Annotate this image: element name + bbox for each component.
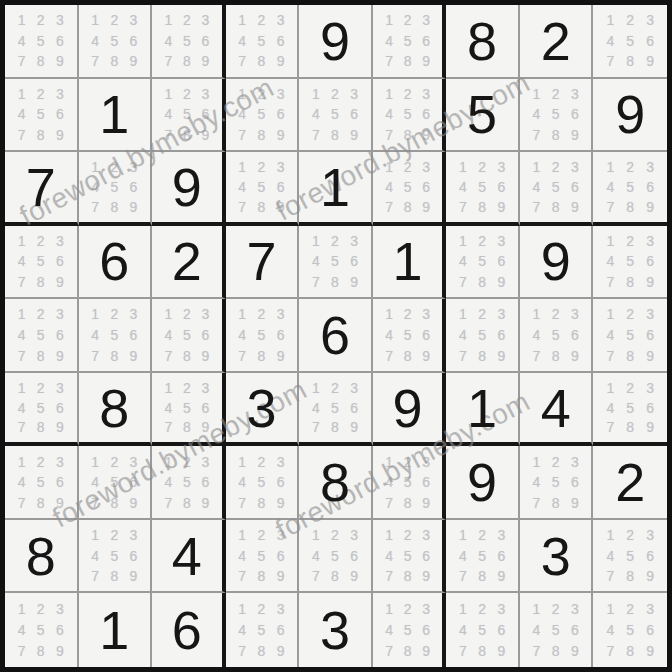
cell-r7c2[interactable]: 123456789: [79, 446, 153, 520]
cell-r1c5[interactable]: 9: [299, 5, 373, 79]
pencil-digit: 5: [37, 34, 45, 48]
given-digit: 8: [99, 381, 129, 435]
cell-r8c1[interactable]: 8: [5, 520, 79, 594]
cell-r8c8[interactable]: 3: [520, 520, 594, 594]
pencil-digit: 1: [385, 13, 393, 27]
pencil-digit: 2: [626, 160, 634, 174]
cell-r8c6[interactable]: 123456789: [373, 520, 447, 594]
pencil-digit: 5: [404, 549, 412, 563]
pencil-marks: 123456789: [86, 451, 144, 513]
pencil-digit: 8: [37, 420, 45, 434]
pencil-digit: 4: [18, 254, 26, 268]
pencil-digit: 4: [459, 623, 467, 637]
pencil-digit: 9: [350, 420, 358, 434]
pencil-digit: 8: [110, 496, 118, 510]
pencil-marks: 123456789: [159, 10, 215, 72]
pencil-digit: 5: [258, 475, 266, 489]
cell-r2c6[interactable]: 123456789: [373, 79, 447, 153]
pencil-digit: 8: [37, 275, 45, 289]
pencil-digit: 9: [646, 349, 654, 363]
cell-r6c9[interactable]: 123456789: [593, 373, 667, 447]
pencil-digit: 3: [571, 307, 579, 321]
pencil-marks: 123456789: [453, 304, 511, 366]
pencil-digit: 6: [646, 34, 654, 48]
cell-r8c5[interactable]: 123456789: [299, 520, 373, 594]
pencil-digit: 6: [202, 401, 210, 415]
pencil-digit: 8: [258, 54, 266, 68]
pencil-digit: 1: [18, 602, 26, 616]
pencil-digit: 5: [258, 34, 266, 48]
pencil-digit: 7: [164, 128, 172, 142]
pencil-digit: 6: [497, 254, 505, 268]
pencil-digit: 5: [626, 549, 634, 563]
cell-r5c8[interactable]: 123456789: [520, 299, 594, 373]
cell-r4c4[interactable]: 7: [226, 226, 300, 300]
pencil-digit: 9: [646, 420, 654, 434]
cell-r9c1[interactable]: 123456789: [5, 593, 79, 667]
pencil-digit: 4: [606, 328, 614, 342]
pencil-digit: 4: [164, 328, 172, 342]
given-digit: 1: [467, 381, 497, 435]
pencil-digit: 1: [312, 528, 320, 542]
cell-r4c2[interactable]: 6: [79, 226, 153, 300]
pencil-digit: 8: [258, 644, 266, 658]
pencil-digit: 7: [385, 200, 393, 214]
pencil-digit: 5: [478, 549, 486, 563]
cell-r6c4[interactable]: 3: [226, 373, 300, 447]
pencil-digit: 2: [258, 602, 266, 616]
pencil-digit: 7: [312, 569, 320, 583]
pencil-digit: 5: [110, 475, 118, 489]
cell-r5c4[interactable]: 123456789: [226, 299, 300, 373]
pencil-digit: 5: [183, 401, 191, 415]
cell-r3c4[interactable]: 123456789: [226, 152, 300, 226]
cell-r9c6[interactable]: 123456789: [373, 593, 447, 667]
pencil-digit: 4: [18, 475, 26, 489]
cell-r5c9[interactable]: 123456789: [593, 299, 667, 373]
pencil-digit: 5: [478, 254, 486, 268]
pencil-digit: 4: [91, 180, 99, 194]
pencil-digit: 4: [18, 328, 26, 342]
pencil-digit: 6: [56, 254, 64, 268]
pencil-digit: 1: [164, 87, 172, 101]
pencil-digit: 6: [497, 549, 505, 563]
given-digit: 4: [541, 381, 571, 435]
pencil-digit: 1: [238, 528, 246, 542]
pencil-digit: 8: [626, 200, 634, 214]
pencil-digit: 9: [497, 644, 505, 658]
given-digit: 9: [320, 14, 350, 68]
pencil-marks: 123456789: [453, 231, 511, 293]
pencil-digit: 2: [404, 528, 412, 542]
pencil-digit: 1: [459, 528, 467, 542]
pencil-marks: 123456789: [233, 157, 291, 217]
given-digit: 8: [467, 14, 497, 68]
pencil-digit: 5: [258, 180, 266, 194]
pencil-digit: 4: [606, 180, 614, 194]
pencil-digit: 2: [37, 234, 45, 248]
given-digit: 3: [246, 381, 276, 435]
cell-r4c6[interactable]: 1: [373, 226, 447, 300]
cell-r6c2[interactable]: 8: [79, 373, 153, 447]
pencil-digit: 3: [422, 455, 430, 469]
pencil-digit: 6: [350, 549, 358, 563]
cell-r7c5[interactable]: 8: [299, 446, 373, 520]
pencil-digit: 3: [130, 307, 138, 321]
pencil-digit: 3: [277, 160, 285, 174]
pencil-digit: 4: [18, 107, 26, 121]
pencil-marks: 123456789: [453, 598, 511, 662]
given-digit: 2: [172, 234, 202, 288]
pencil-digit: 1: [385, 528, 393, 542]
pencil-digit: 6: [130, 475, 138, 489]
pencil-digit: 8: [478, 349, 486, 363]
pencil-digit: 8: [404, 200, 412, 214]
given-digit: 1: [99, 87, 129, 141]
cell-r1c8[interactable]: 2: [520, 5, 594, 79]
given-digit: 4: [172, 529, 202, 583]
pencil-digit: 8: [626, 644, 634, 658]
pencil-digit: 5: [331, 107, 339, 121]
cell-r5c1[interactable]: 123456789: [5, 299, 79, 373]
pencil-digit: 2: [37, 602, 45, 616]
pencil-digit: 4: [91, 34, 99, 48]
cell-r2c2[interactable]: 1: [79, 79, 153, 153]
cell-r4c5[interactable]: 123456789: [299, 226, 373, 300]
pencil-digit: 7: [312, 128, 320, 142]
cell-r2c1[interactable]: 123456789: [5, 79, 79, 153]
pencil-digit: 5: [552, 107, 560, 121]
pencil-marks: 123456789: [527, 157, 585, 217]
pencil-marks: 123456789: [12, 10, 70, 72]
pencil-digit: 8: [404, 569, 412, 583]
pencil-digit: 1: [18, 307, 26, 321]
pencil-digit: 3: [56, 455, 64, 469]
pencil-digit: 2: [110, 455, 118, 469]
cell-r1c4[interactable]: 123456789: [226, 5, 300, 79]
pencil-digit: 4: [164, 475, 172, 489]
cell-r9c2[interactable]: 1: [79, 593, 153, 667]
pencil-digit: 9: [130, 349, 138, 363]
cell-r9c3[interactable]: 6: [152, 593, 226, 667]
pencil-digit: 1: [238, 87, 246, 101]
pencil-digit: 6: [422, 475, 430, 489]
pencil-digit: 9: [130, 569, 138, 583]
pencil-digit: 5: [258, 107, 266, 121]
given-digit: 3: [541, 529, 571, 583]
pencil-marks: 123456789: [233, 598, 291, 662]
pencil-digit: 1: [164, 381, 172, 395]
pencil-marks: 123456789: [233, 84, 291, 146]
pencil-digit: 2: [258, 160, 266, 174]
pencil-digit: 1: [18, 455, 26, 469]
pencil-digit: 2: [258, 87, 266, 101]
pencil-digit: 6: [277, 107, 285, 121]
cell-r9c9[interactable]: 123456789: [593, 593, 667, 667]
pencil-digit: 1: [91, 307, 99, 321]
cell-r3c8[interactable]: 123456789: [520, 152, 594, 226]
cell-r3c7[interactable]: 123456789: [446, 152, 520, 226]
pencil-digit: 8: [626, 54, 634, 68]
pencil-digit: 2: [110, 13, 118, 27]
pencil-digit: 6: [422, 180, 430, 194]
pencil-digit: 6: [202, 328, 210, 342]
cell-r4c8[interactable]: 9: [520, 226, 594, 300]
cell-r2c8[interactable]: 123456789: [520, 79, 594, 153]
pencil-digit: 5: [552, 180, 560, 194]
pencil-digit: 8: [258, 128, 266, 142]
pencil-digit: 4: [91, 475, 99, 489]
pencil-digit: 8: [478, 644, 486, 658]
cell-r2c4[interactable]: 123456789: [226, 79, 300, 153]
pencil-digit: 3: [422, 528, 430, 542]
cell-r5c2[interactable]: 123456789: [79, 299, 153, 373]
cell-r6c6[interactable]: 9: [373, 373, 447, 447]
pencil-digit: 4: [238, 475, 246, 489]
pencil-digit: 3: [277, 87, 285, 101]
pencil-digit: 2: [478, 602, 486, 616]
pencil-digit: 2: [258, 307, 266, 321]
pencil-digit: 7: [91, 200, 99, 214]
pencil-digit: 6: [422, 328, 430, 342]
pencil-digit: 7: [533, 496, 541, 510]
pencil-digit: 8: [258, 569, 266, 583]
pencil-digit: 4: [533, 475, 541, 489]
pencil-digit: 4: [459, 180, 467, 194]
pencil-digit: 9: [497, 349, 505, 363]
pencil-digit: 5: [183, 328, 191, 342]
pencil-digit: 9: [56, 496, 64, 510]
pencil-digit: 4: [18, 401, 26, 415]
pencil-digit: 3: [646, 307, 654, 321]
cell-r9c7[interactable]: 123456789: [446, 593, 520, 667]
pencil-digit: 2: [626, 13, 634, 27]
pencil-digit: 9: [56, 644, 64, 658]
pencil-digit: 2: [37, 455, 45, 469]
pencil-digit: 5: [404, 107, 412, 121]
pencil-digit: 9: [277, 496, 285, 510]
cell-r8c2[interactable]: 123456789: [79, 520, 153, 594]
cell-r3c3[interactable]: 9: [152, 152, 226, 226]
pencil-digit: 2: [626, 528, 634, 542]
pencil-digit: 6: [497, 328, 505, 342]
pencil-digit: 9: [571, 644, 579, 658]
cell-r6c5[interactable]: 123456789: [299, 373, 373, 447]
cell-r1c2[interactable]: 123456789: [79, 5, 153, 79]
pencil-digit: 9: [202, 128, 210, 142]
pencil-digit: 1: [238, 455, 246, 469]
pencil-digit: 3: [130, 455, 138, 469]
pencil-digit: 3: [202, 381, 210, 395]
pencil-digit: 2: [404, 160, 412, 174]
cell-r8c9[interactable]: 123456789: [593, 520, 667, 594]
pencil-marks: 123456789: [600, 525, 660, 587]
cell-r1c9[interactable]: 123456789: [593, 5, 667, 79]
given-digit: 9: [615, 87, 645, 141]
pencil-digit: 3: [646, 602, 654, 616]
pencil-digit: 7: [238, 54, 246, 68]
pencil-marks: 123456789: [600, 598, 660, 662]
pencil-digit: 8: [37, 349, 45, 363]
pencil-digit: 7: [18, 54, 26, 68]
pencil-digit: 4: [238, 328, 246, 342]
pencil-digit: 4: [312, 549, 320, 563]
pencil-digit: 1: [606, 13, 614, 27]
pencil-digit: 4: [385, 328, 393, 342]
pencil-digit: 9: [571, 349, 579, 363]
pencil-digit: 3: [277, 307, 285, 321]
pencil-digit: 4: [385, 107, 393, 121]
pencil-digit: 3: [571, 455, 579, 469]
cell-r8c3[interactable]: 4: [152, 520, 226, 594]
pencil-digit: 1: [533, 455, 541, 469]
cell-r7c7[interactable]: 9: [446, 446, 520, 520]
cell-r7c6[interactable]: 123456789: [373, 446, 447, 520]
cell-r1c7[interactable]: 8: [446, 5, 520, 79]
pencil-digit: 4: [385, 34, 393, 48]
pencil-digit: 5: [331, 549, 339, 563]
pencil-digit: 8: [552, 644, 560, 658]
cell-r6c1[interactable]: 123456789: [5, 373, 79, 447]
pencil-marks: 123456789: [12, 304, 70, 366]
cell-r3c2[interactable]: 123456789: [79, 152, 153, 226]
pencil-marks: 123456789: [380, 10, 436, 72]
cell-r3c9[interactable]: 123456789: [593, 152, 667, 226]
pencil-marks: 123456789: [380, 84, 436, 146]
pencil-marks: 123456789: [12, 598, 70, 662]
pencil-digit: 3: [571, 87, 579, 101]
pencil-digit: 2: [404, 455, 412, 469]
cell-r1c3[interactable]: 123456789: [152, 5, 226, 79]
pencil-digit: 8: [258, 496, 266, 510]
cell-r4c1[interactable]: 123456789: [5, 226, 79, 300]
cell-r2c9[interactable]: 9: [593, 79, 667, 153]
cell-r4c3[interactable]: 2: [152, 226, 226, 300]
pencil-digit: 4: [606, 34, 614, 48]
cell-r9c4[interactable]: 123456789: [226, 593, 300, 667]
pencil-digit: 2: [331, 234, 339, 248]
cell-r2c3[interactable]: 123456789: [152, 79, 226, 153]
pencil-digit: 2: [331, 87, 339, 101]
pencil-digit: 2: [552, 307, 560, 321]
pencil-digit: 3: [202, 307, 210, 321]
cell-r3c5[interactable]: 1: [299, 152, 373, 226]
pencil-digit: 3: [56, 381, 64, 395]
cell-r9c8[interactable]: 123456789: [520, 593, 594, 667]
cell-r2c7[interactable]: 5: [446, 79, 520, 153]
pencil-digit: 9: [571, 496, 579, 510]
pencil-digit: 4: [238, 180, 246, 194]
cell-r5c5[interactable]: 6: [299, 299, 373, 373]
cell-r4c9[interactable]: 123456789: [593, 226, 667, 300]
pencil-digit: 8: [404, 54, 412, 68]
pencil-digit: 6: [202, 475, 210, 489]
pencil-digit: 9: [277, 349, 285, 363]
cell-r7c8[interactable]: 123456789: [520, 446, 594, 520]
pencil-digit: 2: [404, 602, 412, 616]
pencil-digit: 8: [626, 275, 634, 289]
cell-r7c1[interactable]: 123456789: [5, 446, 79, 520]
pencil-digit: 9: [646, 54, 654, 68]
pencil-digit: 2: [404, 13, 412, 27]
pencil-digit: 3: [350, 528, 358, 542]
pencil-digit: 5: [478, 180, 486, 194]
pencil-digit: 5: [331, 254, 339, 268]
cell-r1c1[interactable]: 123456789: [5, 5, 79, 79]
cell-r4c7[interactable]: 123456789: [446, 226, 520, 300]
pencil-digit: 1: [533, 602, 541, 616]
pencil-marks: 123456789: [12, 451, 70, 513]
cell-r5c7[interactable]: 123456789: [446, 299, 520, 373]
cell-r6c8[interactable]: 4: [520, 373, 594, 447]
pencil-digit: 5: [110, 328, 118, 342]
pencil-digit: 5: [258, 549, 266, 563]
pencil-digit: 7: [164, 54, 172, 68]
cell-r3c1[interactable]: 7: [5, 152, 79, 226]
pencil-digit: 5: [37, 401, 45, 415]
pencil-digit: 8: [552, 128, 560, 142]
cell-r5c6[interactable]: 123456789: [373, 299, 447, 373]
pencil-digit: 7: [385, 349, 393, 363]
pencil-digit: 8: [331, 420, 339, 434]
pencil-digit: 3: [202, 87, 210, 101]
pencil-digit: 2: [258, 13, 266, 27]
pencil-digit: 8: [258, 200, 266, 214]
pencil-marks: 123456789: [600, 157, 660, 217]
pencil-digit: 2: [183, 381, 191, 395]
pencil-digit: 3: [130, 528, 138, 542]
cell-r2c5[interactable]: 123456789: [299, 79, 373, 153]
cell-r6c3[interactable]: 123456789: [152, 373, 226, 447]
given-digit: 9: [467, 455, 497, 509]
pencil-digit: 9: [422, 569, 430, 583]
pencil-marks: 123456789: [380, 157, 436, 217]
pencil-digit: 7: [18, 128, 26, 142]
pencil-digit: 8: [37, 54, 45, 68]
cell-r3c6[interactable]: 123456789: [373, 152, 447, 226]
pencil-digit: 1: [91, 455, 99, 469]
cell-r6c7[interactable]: 1: [446, 373, 520, 447]
pencil-digit: 4: [238, 549, 246, 563]
cell-r1c6[interactable]: 123456789: [373, 5, 447, 79]
pencil-digit: 3: [646, 13, 654, 27]
pencil-digit: 1: [238, 602, 246, 616]
pencil-digit: 5: [626, 34, 634, 48]
pencil-digit: 3: [497, 307, 505, 321]
pencil-digit: 9: [497, 200, 505, 214]
pencil-digit: 2: [404, 307, 412, 321]
pencil-digit: 6: [422, 107, 430, 121]
cell-r8c7[interactable]: 123456789: [446, 520, 520, 594]
pencil-digit: 2: [37, 307, 45, 321]
cell-r8c4[interactable]: 123456789: [226, 520, 300, 594]
cell-r7c4[interactable]: 123456789: [226, 446, 300, 520]
cell-r5c3[interactable]: 123456789: [152, 299, 226, 373]
pencil-digit: 2: [110, 528, 118, 542]
given-digit: 7: [26, 160, 56, 214]
pencil-digit: 3: [277, 455, 285, 469]
pencil-digit: 3: [497, 602, 505, 616]
pencil-digit: 9: [56, 275, 64, 289]
cell-r9c5[interactable]: 3: [299, 593, 373, 667]
cell-r7c3[interactable]: 123456789: [152, 446, 226, 520]
pencil-digit: 4: [533, 107, 541, 121]
pencil-digit: 6: [202, 107, 210, 121]
pencil-digit: 6: [277, 475, 285, 489]
cell-r7c9[interactable]: 2: [593, 446, 667, 520]
pencil-digit: 7: [533, 128, 541, 142]
pencil-digit: 2: [404, 87, 412, 101]
